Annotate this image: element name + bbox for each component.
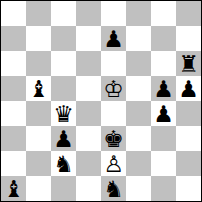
square-f8[interactable] (126, 1, 151, 26)
square-a6[interactable] (1, 51, 26, 76)
square-h2[interactable] (176, 151, 201, 176)
square-d1[interactable] (76, 176, 101, 201)
square-e7[interactable]: ♟ (101, 26, 126, 51)
black-knight-c2: ♞ (53, 152, 74, 177)
square-d4[interactable] (76, 101, 101, 126)
square-g1[interactable] (151, 176, 176, 201)
black-pawn-g4: ♟ (153, 102, 174, 127)
black-pawn-c3: ♟ (53, 127, 74, 152)
square-c4[interactable]: ♛ (51, 101, 76, 126)
square-g8[interactable] (151, 1, 176, 26)
square-g3[interactable] (151, 126, 176, 151)
square-g5[interactable]: ♟ (151, 76, 176, 101)
square-d2[interactable] (76, 151, 101, 176)
square-c3[interactable]: ♟ (51, 126, 76, 151)
chess-board: ♟♜♝♔♟♟♛♟♟♚♞♙♝♞ (0, 0, 202, 202)
square-g6[interactable] (151, 51, 176, 76)
square-b7[interactable] (26, 26, 51, 51)
white-king-e5: ♔ (103, 77, 124, 102)
black-queen-c4: ♛ (53, 102, 74, 127)
square-c8[interactable] (51, 1, 76, 26)
square-b8[interactable] (26, 1, 51, 26)
square-f4[interactable] (126, 101, 151, 126)
square-a1[interactable]: ♝ (1, 176, 26, 201)
square-f5[interactable] (126, 76, 151, 101)
square-h1[interactable] (176, 176, 201, 201)
square-e6[interactable] (101, 51, 126, 76)
square-h8[interactable] (176, 1, 201, 26)
black-pawn-e7: ♟ (103, 27, 124, 52)
square-e5[interactable]: ♔ (101, 76, 126, 101)
square-c5[interactable] (51, 76, 76, 101)
black-bishop-a1: ♝ (3, 177, 24, 202)
square-c1[interactable] (51, 176, 76, 201)
square-b4[interactable] (26, 101, 51, 126)
square-c7[interactable] (51, 26, 76, 51)
square-f2[interactable] (126, 151, 151, 176)
black-rook-h6: ♜ (178, 52, 199, 77)
black-pawn-g5: ♟ (153, 77, 174, 102)
chess-diagram: ♟♜♝♔♟♟♛♟♟♚♞♙♝♞ (0, 0, 202, 202)
black-pawn-h5: ♟ (178, 77, 199, 102)
square-a3[interactable] (1, 126, 26, 151)
square-b1[interactable] (26, 176, 51, 201)
square-g2[interactable] (151, 151, 176, 176)
square-e1[interactable]: ♞ (101, 176, 126, 201)
square-e3[interactable]: ♚ (101, 126, 126, 151)
square-d3[interactable] (76, 126, 101, 151)
square-a5[interactable] (1, 76, 26, 101)
square-e2[interactable]: ♙ (101, 151, 126, 176)
square-f3[interactable] (126, 126, 151, 151)
square-h6[interactable]: ♜ (176, 51, 201, 76)
square-c6[interactable] (51, 51, 76, 76)
square-f6[interactable] (126, 51, 151, 76)
square-h5[interactable]: ♟ (176, 76, 201, 101)
square-a8[interactable] (1, 1, 26, 26)
square-b2[interactable] (26, 151, 51, 176)
square-a2[interactable] (1, 151, 26, 176)
black-bishop-b5: ♝ (28, 77, 49, 102)
square-a4[interactable] (1, 101, 26, 126)
square-e8[interactable] (101, 1, 126, 26)
square-a7[interactable] (1, 26, 26, 51)
black-king-e3: ♚ (103, 127, 124, 152)
square-h7[interactable] (176, 26, 201, 51)
square-b3[interactable] (26, 126, 51, 151)
square-f1[interactable] (126, 176, 151, 201)
square-c2[interactable]: ♞ (51, 151, 76, 176)
square-h4[interactable] (176, 101, 201, 126)
square-d5[interactable] (76, 76, 101, 101)
square-h3[interactable] (176, 126, 201, 151)
square-e4[interactable] (101, 101, 126, 126)
white-pawn-e2: ♙ (103, 152, 124, 177)
square-f7[interactable] (126, 26, 151, 51)
square-g7[interactable] (151, 26, 176, 51)
square-d8[interactable] (76, 1, 101, 26)
square-g4[interactable]: ♟ (151, 101, 176, 126)
black-knight-e1: ♞ (103, 177, 124, 202)
square-b6[interactable] (26, 51, 51, 76)
square-d6[interactable] (76, 51, 101, 76)
square-d7[interactable] (76, 26, 101, 51)
square-b5[interactable]: ♝ (26, 76, 51, 101)
